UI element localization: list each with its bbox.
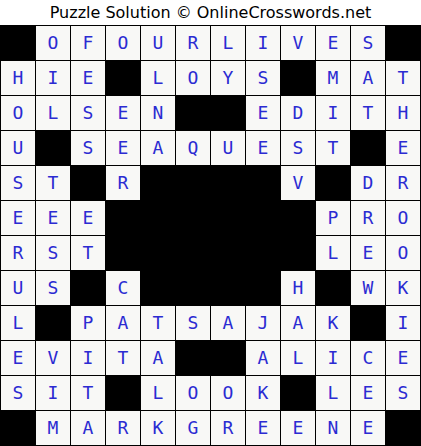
grid-cell: S — [246, 61, 280, 95]
grid-cell: L — [316, 376, 350, 410]
block-cell — [246, 236, 280, 270]
grid-cell: S — [71, 96, 105, 130]
grid-cell: S — [1, 166, 35, 200]
grid-cell: O — [36, 26, 70, 60]
grid-cell: T — [106, 341, 140, 375]
grid-cell: E — [246, 131, 280, 165]
grid-cell: L — [316, 236, 350, 270]
grid-cell: Q — [176, 131, 210, 165]
grid-cell: T — [71, 236, 105, 270]
grid-cell: K — [386, 271, 420, 305]
block-cell — [106, 201, 140, 235]
grid-cell: A — [71, 411, 105, 445]
grid-cell: L — [281, 341, 315, 375]
grid-cell: A — [141, 131, 175, 165]
grid-cell: S — [1, 376, 35, 410]
grid-cell: T — [351, 96, 385, 130]
grid-cell: I — [36, 61, 70, 95]
grid-cell: S — [36, 236, 70, 270]
grid-cell: M — [36, 411, 70, 445]
grid-cell: Y — [211, 61, 245, 95]
grid-cell: K — [316, 306, 350, 340]
grid-cell: O — [106, 26, 140, 60]
block-cell — [211, 96, 245, 130]
grid-cell: R — [351, 201, 385, 235]
grid-cell: A — [351, 61, 385, 95]
grid-cell: L — [141, 376, 175, 410]
grid-cell: U — [1, 271, 35, 305]
block-cell — [106, 236, 140, 270]
grid-cell: H — [1, 61, 35, 95]
block-cell — [281, 201, 315, 235]
grid-cell: E — [106, 96, 140, 130]
block-cell — [316, 166, 350, 200]
grid-cell: A — [211, 306, 245, 340]
grid-cell: T — [316, 131, 350, 165]
grid-cell: W — [351, 271, 385, 305]
grid-cell: E — [1, 341, 35, 375]
grid-cell: S — [386, 376, 420, 410]
grid-cell: L — [141, 61, 175, 95]
block-cell — [36, 306, 70, 340]
grid-cell: E — [351, 376, 385, 410]
grid-cell: O — [386, 236, 420, 270]
block-cell — [1, 26, 35, 60]
block-cell — [211, 201, 245, 235]
block-cell — [71, 271, 105, 305]
grid-cell: E — [386, 341, 420, 375]
grid-cell: D — [281, 96, 315, 130]
grid-cell: R — [106, 166, 140, 200]
grid-cell: E — [316, 26, 350, 60]
grid-cell: E — [1, 201, 35, 235]
block-cell — [351, 131, 385, 165]
grid-cell: C — [106, 271, 140, 305]
grid-cell: R — [1, 236, 35, 270]
block-cell — [106, 376, 140, 410]
grid-cell: I — [246, 26, 280, 60]
grid-cell: K — [246, 376, 280, 410]
block-cell — [246, 201, 280, 235]
block-cell — [176, 96, 210, 130]
grid-cell: O — [211, 376, 245, 410]
block-cell — [281, 376, 315, 410]
block-cell — [141, 236, 175, 270]
grid-cell: J — [246, 306, 280, 340]
grid-cell: S — [71, 131, 105, 165]
block-cell — [71, 166, 105, 200]
grid-cell: O — [1, 96, 35, 130]
grid-cell: V — [281, 166, 315, 200]
crossword-grid: OFOURLIVESHIELOYSMATOLSENEDITHUSEAQUESTE… — [0, 25, 421, 446]
block-cell — [386, 411, 420, 445]
grid-cell: E — [386, 131, 420, 165]
grid-cell: T — [386, 61, 420, 95]
grid-cell: P — [316, 201, 350, 235]
grid-cell: R — [176, 26, 210, 60]
grid-cell: M — [316, 61, 350, 95]
page-title: Puzzle Solution © OnlineCrosswords.net — [0, 0, 421, 25]
grid-cell: R — [106, 411, 140, 445]
block-cell — [316, 271, 350, 305]
grid-cell: L — [211, 26, 245, 60]
grid-cell: U — [1, 131, 35, 165]
grid-cell: A — [141, 341, 175, 375]
grid-cell: F — [71, 26, 105, 60]
grid-cell: S — [281, 131, 315, 165]
grid-cell: V — [36, 341, 70, 375]
grid-cell: P — [71, 306, 105, 340]
grid-cell: N — [141, 96, 175, 130]
grid-cell: E — [281, 411, 315, 445]
block-cell — [106, 61, 140, 95]
grid-cell: U — [211, 131, 245, 165]
block-cell — [176, 166, 210, 200]
block-cell — [211, 271, 245, 305]
grid-cell: R — [386, 166, 420, 200]
grid-cell: E — [246, 411, 280, 445]
grid-cell: E — [246, 96, 280, 130]
block-cell — [211, 236, 245, 270]
block-cell — [281, 236, 315, 270]
grid-cell: S — [176, 306, 210, 340]
grid-cell: V — [281, 26, 315, 60]
grid-cell: D — [351, 166, 385, 200]
grid-cell: E — [106, 131, 140, 165]
block-cell — [176, 201, 210, 235]
grid-cell: E — [351, 411, 385, 445]
grid-cell: E — [71, 201, 105, 235]
block-cell — [141, 201, 175, 235]
grid-cell: C — [351, 341, 385, 375]
grid-cell: I — [36, 376, 70, 410]
block-cell — [246, 271, 280, 305]
block-cell — [141, 271, 175, 305]
grid-cell: H — [386, 96, 420, 130]
grid-cell: K — [141, 411, 175, 445]
grid-cell: I — [386, 306, 420, 340]
grid-cell: S — [36, 271, 70, 305]
grid-cell: O — [386, 201, 420, 235]
block-cell — [351, 306, 385, 340]
grid-cell: A — [246, 341, 280, 375]
grid-cell: A — [281, 306, 315, 340]
grid-cell: U — [141, 26, 175, 60]
block-cell — [386, 26, 420, 60]
grid-cell: T — [36, 166, 70, 200]
block-cell — [176, 341, 210, 375]
block-cell — [281, 61, 315, 95]
grid-cell: H — [281, 271, 315, 305]
block-cell — [176, 236, 210, 270]
block-cell — [36, 131, 70, 165]
grid-cell: I — [71, 341, 105, 375]
grid-cell: A — [106, 306, 140, 340]
grid-cell: E — [71, 61, 105, 95]
grid-cell: T — [71, 376, 105, 410]
grid-cell: L — [1, 306, 35, 340]
grid-cell: O — [176, 61, 210, 95]
block-cell — [211, 166, 245, 200]
block-cell — [141, 166, 175, 200]
grid-cell: G — [176, 411, 210, 445]
grid-cell: S — [351, 26, 385, 60]
block-cell — [176, 271, 210, 305]
grid-cell: N — [316, 411, 350, 445]
grid-cell: E — [351, 236, 385, 270]
grid-cell: R — [211, 411, 245, 445]
block-cell — [211, 341, 245, 375]
grid-cell: E — [36, 201, 70, 235]
grid-cell: L — [36, 96, 70, 130]
grid-cell: T — [141, 306, 175, 340]
grid-cell: O — [176, 376, 210, 410]
grid-cell: I — [316, 96, 350, 130]
block-cell — [246, 166, 280, 200]
block-cell — [1, 411, 35, 445]
grid-cell: I — [316, 341, 350, 375]
